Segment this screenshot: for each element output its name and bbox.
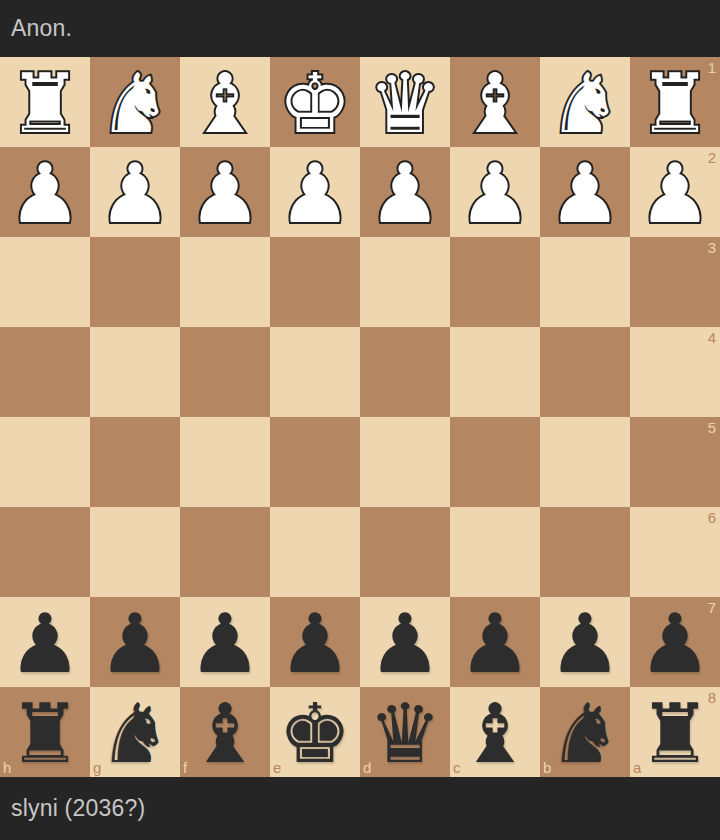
piece-black-pawn[interactable]: ♟ [180,599,270,689]
piece-white-rook[interactable]: ♜ [630,59,720,149]
coord-rank-7: 7 [708,600,716,615]
square-c6[interactable] [450,507,540,597]
square-c7[interactable]: ♟ [450,597,540,687]
square-e1[interactable]: ♚ [270,57,360,147]
square-g2[interactable]: ♟ [90,147,180,237]
square-g5[interactable] [90,417,180,507]
piece-black-queen[interactable]: ♛ [360,689,450,779]
square-a1[interactable]: ♜1 [630,57,720,147]
piece-white-pawn[interactable]: ♟ [540,149,630,239]
square-d1[interactable]: ♛ [360,57,450,147]
piece-white-knight[interactable]: ♞ [90,59,180,149]
square-f6[interactable] [180,507,270,597]
piece-black-pawn[interactable]: ♟ [450,599,540,689]
coord-file-a: a [633,760,641,775]
square-b2[interactable]: ♟ [540,147,630,237]
square-f8[interactable]: ♝f [180,687,270,777]
piece-black-pawn[interactable]: ♟ [630,599,720,689]
square-h4[interactable] [0,327,90,417]
piece-white-knight[interactable]: ♞ [540,59,630,149]
square-h1[interactable]: ♜ [0,57,90,147]
piece-white-queen[interactable]: ♛ [360,59,450,149]
square-f5[interactable] [180,417,270,507]
square-f2[interactable]: ♟ [180,147,270,237]
square-d6[interactable] [360,507,450,597]
coord-rank-1: 1 [708,60,716,75]
piece-black-knight[interactable]: ♞ [540,689,630,779]
square-h3[interactable] [0,237,90,327]
piece-black-bishop[interactable]: ♝ [450,689,540,779]
player-top-name: Anon. [11,15,72,42]
chess-game-window: Anon. ♜♞♝♚♛♝♞♜1♟♟♟♟♟♟♟♟23456♟♟♟♟♟♟♟♟7♜h♞… [0,0,720,840]
square-g6[interactable] [90,507,180,597]
square-e6[interactable] [270,507,360,597]
coord-rank-4: 4 [708,330,716,345]
square-d2[interactable]: ♟ [360,147,450,237]
coord-rank-2: 2 [708,150,716,165]
square-f3[interactable] [180,237,270,327]
square-b7[interactable]: ♟ [540,597,630,687]
piece-white-pawn[interactable]: ♟ [360,149,450,239]
piece-white-rook[interactable]: ♜ [0,59,90,149]
square-b5[interactable] [540,417,630,507]
square-e4[interactable] [270,327,360,417]
piece-black-king[interactable]: ♚ [270,689,360,779]
coord-file-h: h [3,760,11,775]
square-e3[interactable] [270,237,360,327]
piece-white-pawn[interactable]: ♟ [180,149,270,239]
piece-black-pawn[interactable]: ♟ [270,599,360,689]
square-e7[interactable]: ♟ [270,597,360,687]
square-f1[interactable]: ♝ [180,57,270,147]
square-c5[interactable] [450,417,540,507]
chess-board: ♜♞♝♚♛♝♞♜1♟♟♟♟♟♟♟♟23456♟♟♟♟♟♟♟♟7♜h♞g♝f♚e♛… [0,57,720,777]
square-c4[interactable] [450,327,540,417]
square-g1[interactable]: ♞ [90,57,180,147]
piece-black-pawn[interactable]: ♟ [0,599,90,689]
square-b4[interactable] [540,327,630,417]
square-a2[interactable]: ♟2 [630,147,720,237]
piece-white-pawn[interactable]: ♟ [450,149,540,239]
piece-white-pawn[interactable]: ♟ [270,149,360,239]
square-e2[interactable]: ♟ [270,147,360,237]
piece-white-pawn[interactable]: ♟ [630,149,720,239]
coord-file-b: b [543,760,551,775]
square-b8[interactable]: ♞b [540,687,630,777]
square-f7[interactable]: ♟ [180,597,270,687]
player-top-bar: Anon. [0,0,720,57]
coord-rank-5: 5 [708,420,716,435]
square-e8[interactable]: ♚e [270,687,360,777]
piece-white-pawn[interactable]: ♟ [90,149,180,239]
square-h7[interactable]: ♟ [0,597,90,687]
square-d5[interactable] [360,417,450,507]
square-h6[interactable] [0,507,90,597]
player-bottom-name[interactable]: slyni (2036?) [11,795,145,822]
piece-black-knight[interactable]: ♞ [90,689,180,779]
square-a5[interactable]: 5 [630,417,720,507]
square-a4[interactable]: 4 [630,327,720,417]
square-d7[interactable]: ♟ [360,597,450,687]
square-e5[interactable] [270,417,360,507]
square-g7[interactable]: ♟ [90,597,180,687]
square-b6[interactable] [540,507,630,597]
square-a3[interactable]: 3 [630,237,720,327]
square-g4[interactable] [90,327,180,417]
piece-white-pawn[interactable]: ♟ [0,149,90,239]
piece-white-king[interactable]: ♚ [270,59,360,149]
player-bottom-bar: slyni (2036?) [0,777,720,840]
square-c2[interactable]: ♟ [450,147,540,237]
square-a8[interactable]: ♜8a [630,687,720,777]
square-b3[interactable] [540,237,630,327]
square-g3[interactable] [90,237,180,327]
square-a7[interactable]: ♟7 [630,597,720,687]
piece-black-pawn[interactable]: ♟ [540,599,630,689]
square-h8[interactable]: ♜h [0,687,90,777]
square-c3[interactable] [450,237,540,327]
square-c1[interactable]: ♝ [450,57,540,147]
square-h2[interactable]: ♟ [0,147,90,237]
square-f4[interactable] [180,327,270,417]
square-d3[interactable] [360,237,450,327]
square-g8[interactable]: ♞g [90,687,180,777]
square-b1[interactable]: ♞ [540,57,630,147]
coord-file-e: e [273,760,281,775]
piece-black-pawn[interactable]: ♟ [90,599,180,689]
square-h5[interactable] [0,417,90,507]
coord-rank-8: 8 [708,690,716,705]
square-d4[interactable] [360,327,450,417]
piece-white-bishop[interactable]: ♝ [180,59,270,149]
piece-black-pawn[interactable]: ♟ [360,599,450,689]
square-a6[interactable]: 6 [630,507,720,597]
coord-rank-6: 6 [708,510,716,525]
coord-file-f: f [183,760,187,775]
coord-file-c: c [453,760,461,775]
piece-black-bishop[interactable]: ♝ [180,689,270,779]
square-d8[interactable]: ♛d [360,687,450,777]
piece-white-bishop[interactable]: ♝ [450,59,540,149]
coord-file-d: d [363,760,371,775]
piece-black-rook[interactable]: ♜ [0,689,90,779]
coord-file-g: g [93,760,101,775]
square-c8[interactable]: ♝c [450,687,540,777]
piece-black-rook[interactable]: ♜ [630,689,720,779]
coord-rank-3: 3 [708,240,716,255]
